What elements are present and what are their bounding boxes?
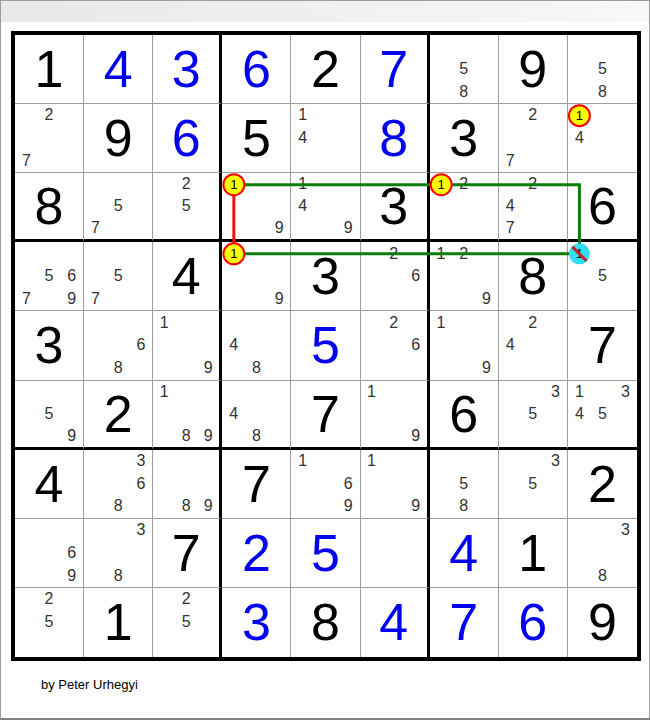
header-bar [1,1,649,22]
candidates: 19 [222,173,290,239]
cell-r1c6[interactable]: 7 [361,35,430,104]
cell-r5c3[interactable]: 19 [153,311,222,380]
cell-r2c6[interactable]: 8 [361,104,430,173]
cell-r5c6[interactable]: 26 [361,311,430,380]
cell-r1c3[interactable]: 3 [153,35,222,104]
candidates: 27 [499,104,567,172]
cell-r2c9[interactable]: 14 [568,104,637,173]
candidates: 149 [291,173,359,239]
candidates: 58 [430,35,498,103]
cell-r8c7[interactable]: 4 [430,519,499,588]
sudoku-window: 1436275895827965148327148572519149312247… [0,0,650,720]
cell-r3c5[interactable]: 149 [291,173,360,242]
candidates: 24 [499,311,567,379]
candidates: 19 [153,311,219,379]
cell-r9c7[interactable]: 7 [430,588,499,657]
given-digit: 4 [172,250,201,302]
cell-r2c8[interactable]: 27 [499,104,568,173]
solved-digit: 4 [379,596,408,648]
cell-r4c4[interactable]: 19 [222,242,291,311]
cell-r9c5[interactable]: 8 [291,588,360,657]
candidates: 35 [499,381,567,447]
solved-digit: 7 [379,43,408,95]
cell-r6c3[interactable]: 189 [153,381,222,450]
cell-r3c2[interactable]: 57 [84,173,153,242]
given-digit: 9 [588,596,617,648]
cell-r5c5[interactable]: 5 [291,311,360,380]
candidates: 38 [84,519,152,587]
cell-r8c1[interactable]: 69 [15,519,84,588]
candidates: 26 [361,242,427,310]
given-digit: 8 [311,596,340,648]
cell-r1c7[interactable]: 58 [430,35,499,104]
cell-r1c8[interactable]: 9 [499,35,568,104]
candidates: 368 [84,450,152,518]
candidates: 69 [15,519,83,587]
candidates: 57 [84,173,152,239]
candidates: 27 [15,104,83,172]
candidates: 26 [361,311,427,379]
cell-r4c6[interactable]: 26 [361,242,430,311]
cell-r7c5[interactable]: 169 [291,450,360,519]
cell-r6c6[interactable]: 19 [361,381,430,450]
solved-digit: 5 [311,319,340,371]
cell-r4c5[interactable]: 3 [291,242,360,311]
candidates: 19 [361,450,427,518]
given-digit: 2 [104,388,133,440]
candidates: 19 [361,381,427,447]
solved-digit: 3 [242,596,271,648]
cell-r9c4[interactable]: 3 [222,588,291,657]
cell-r6c8[interactable]: 35 [499,381,568,450]
candidates: 5679 [15,242,83,310]
candidates: 15 [568,242,637,310]
candidates: 38 [568,519,637,587]
solved-digit: 6 [242,43,271,95]
given-digit: 7 [242,458,271,510]
candidates: 19 [430,311,498,379]
cell-r7c7[interactable]: 58 [430,450,499,519]
solved-digit: 2 [242,527,271,579]
candidates [361,519,427,587]
cell-r5c9[interactable]: 7 [568,311,637,380]
given-digit: 6 [588,180,617,232]
candidates: 25 [153,588,219,657]
given-digit: 6 [449,388,478,440]
solved-digit: 3 [172,43,201,95]
given-digit: 1 [104,596,133,648]
cell-r2c2[interactable]: 9 [84,104,153,173]
candidates: 1345 [568,381,637,447]
given-digit: 7 [172,527,201,579]
cell-r8c5[interactable]: 5 [291,519,360,588]
cell-r7c3[interactable]: 89 [153,450,222,519]
cell-r5c4[interactable]: 48 [222,311,291,380]
cell-r9c3[interactable]: 25 [153,588,222,657]
solved-digit: 4 [104,43,133,95]
candidates: 68 [84,311,152,379]
cell-r2c4[interactable]: 5 [222,104,291,173]
cell-r2c5[interactable]: 14 [291,104,360,173]
cell-r6c7[interactable]: 6 [430,381,499,450]
cell-r7c6[interactable]: 19 [361,450,430,519]
cell-r7c2[interactable]: 368 [84,450,153,519]
candidates: 58 [430,450,498,518]
candidates: 14 [291,104,359,172]
cell-r4c8[interactable]: 8 [499,242,568,311]
given-digit: 3 [35,319,64,371]
cell-r6c1[interactable]: 59 [15,381,84,450]
cell-r8c4[interactable]: 2 [222,519,291,588]
candidates: 129 [430,242,498,310]
candidates: 48 [222,311,290,379]
cell-r2c7[interactable]: 3 [430,104,499,173]
candidates: 14 [568,104,637,172]
cell-r3c1[interactable]: 8 [15,173,84,242]
cell-r2c1[interactable]: 27 [15,104,84,173]
cell-r1c2[interactable]: 4 [84,35,153,104]
cell-r9c8[interactable]: 6 [499,588,568,657]
given-digit: 3 [449,112,478,164]
solved-digit: 8 [379,112,408,164]
cell-r3c8[interactable]: 247 [499,173,568,242]
cell-r8c3[interactable]: 7 [153,519,222,588]
cell-r6c5[interactable]: 7 [291,381,360,450]
given-digit: 3 [311,250,340,302]
candidates: 57 [84,242,152,310]
candidates: 19 [222,242,290,310]
candidates: 25 [15,588,83,657]
given-digit: 8 [35,180,64,232]
author-credit: by Peter Urhegyi [41,677,138,692]
cell-r8c6[interactable] [361,519,430,588]
given-digit: 2 [311,43,340,95]
cell-r8c8[interactable]: 1 [499,519,568,588]
cell-r3c4[interactable]: 19 [222,173,291,242]
solved-digit: 6 [518,596,547,648]
sudoku-grid: 1436275895827965148327148572519149312247… [11,31,641,661]
cell-r3c6[interactable]: 3 [361,173,430,242]
cell-r8c2[interactable]: 38 [84,519,153,588]
cell-r3c9[interactable]: 6 [568,173,637,242]
cell-r5c1[interactable]: 3 [15,311,84,380]
given-digit: 1 [518,527,547,579]
cell-r5c7[interactable]: 19 [430,311,499,380]
candidates: 48 [222,381,290,447]
given-digit: 9 [104,112,133,164]
cell-r7c1[interactable]: 4 [15,450,84,519]
solved-digit: 5 [311,527,340,579]
candidates: 89 [153,450,219,518]
cell-r1c5[interactable]: 2 [291,35,360,104]
cell-r2c3[interactable]: 6 [153,104,222,173]
cell-r9c6[interactable]: 4 [361,588,430,657]
cell-r6c9[interactable]: 1345 [568,381,637,450]
cell-r4c2[interactable]: 57 [84,242,153,311]
given-digit: 7 [311,388,340,440]
cell-r8c9[interactable]: 38 [568,519,637,588]
cell-r1c9[interactable]: 58 [568,35,637,104]
given-digit: 2 [588,458,617,510]
given-digit: 7 [588,319,617,371]
given-digit: 9 [518,43,547,95]
cell-r4c1[interactable]: 5679 [15,242,84,311]
cell-r5c8[interactable]: 24 [499,311,568,380]
candidates: 59 [15,381,83,447]
cell-r4c3[interactable]: 4 [153,242,222,311]
given-digit: 1 [35,43,64,95]
cell-r9c2[interactable]: 1 [84,588,153,657]
cell-r6c2[interactable]: 2 [84,381,153,450]
given-digit: 8 [518,250,547,302]
cell-r9c9[interactable]: 9 [568,588,637,657]
cell-r3c7[interactable]: 12 [430,173,499,242]
candidates: 189 [153,381,219,447]
candidates: 58 [568,35,637,103]
candidates: 169 [291,450,359,518]
cell-r4c7[interactable]: 129 [430,242,499,311]
cell-r1c1[interactable]: 1 [15,35,84,104]
cell-r7c4[interactable]: 7 [222,450,291,519]
cell-r5c2[interactable]: 68 [84,311,153,380]
solved-digit: 7 [449,596,478,648]
cell-r7c9[interactable]: 2 [568,450,637,519]
given-digit: 3 [379,180,408,232]
candidates: 12 [430,173,498,239]
solved-digit: 6 [172,112,201,164]
cell-r1c4[interactable]: 6 [222,35,291,104]
given-digit: 4 [35,458,64,510]
candidates: 247 [499,173,567,239]
cell-r4c9[interactable]: 15 [568,242,637,311]
cell-r6c4[interactable]: 48 [222,381,291,450]
cell-r3c3[interactable]: 25 [153,173,222,242]
candidates: 35 [499,450,567,518]
cell-r7c8[interactable]: 35 [499,450,568,519]
candidates: 25 [153,173,219,239]
given-digit: 5 [242,112,271,164]
cell-r9c1[interactable]: 25 [15,588,84,657]
solved-digit: 4 [449,527,478,579]
